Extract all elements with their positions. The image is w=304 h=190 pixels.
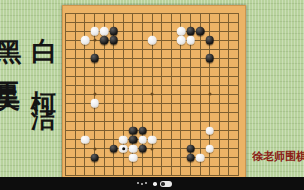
white-stone (90, 99, 99, 108)
intersection (90, 117, 100, 126)
intersection (109, 135, 119, 144)
intersection (90, 18, 100, 27)
intersection (186, 126, 196, 135)
intersection (109, 108, 119, 117)
black-stone (205, 36, 214, 45)
record-dot-icon (153, 182, 157, 186)
intersection (176, 9, 186, 18)
intersection (62, 144, 71, 153)
intersection (62, 45, 71, 54)
intersection (109, 54, 119, 63)
black-stone (186, 144, 195, 153)
intersection (176, 126, 186, 135)
intersection (224, 81, 234, 90)
star-point (151, 93, 154, 96)
intersection (90, 99, 100, 108)
white-stone (148, 135, 157, 144)
intersection (176, 144, 186, 153)
intersection (215, 18, 225, 27)
intersection (128, 90, 138, 99)
intersection (205, 117, 215, 126)
intersection (157, 18, 167, 27)
white-stone (177, 36, 186, 45)
intersection (138, 9, 148, 18)
intersection (99, 108, 109, 117)
intersection (186, 135, 196, 144)
intersection (119, 18, 129, 27)
intersection (195, 45, 205, 54)
intersection (109, 90, 119, 99)
intersection (109, 126, 119, 135)
intersection (99, 99, 109, 108)
intersection (224, 54, 234, 63)
intersection (205, 9, 215, 18)
black-stone (129, 135, 138, 144)
intersection (71, 117, 81, 126)
intersection (157, 126, 167, 135)
intersection (138, 45, 148, 54)
intersection (99, 45, 109, 54)
intersection (109, 81, 119, 90)
intersection (128, 126, 138, 135)
intersection (215, 117, 225, 126)
intersection (62, 72, 71, 81)
intersection (186, 117, 196, 126)
intersection (224, 144, 234, 153)
intersection (128, 18, 138, 27)
intersection (99, 144, 109, 153)
intersection (71, 99, 81, 108)
intersection (195, 72, 205, 81)
intersection (99, 81, 109, 90)
video-control-bar[interactable] (0, 177, 304, 190)
intersection (224, 36, 234, 45)
intersection (234, 54, 244, 63)
intersection (234, 36, 244, 45)
intersection (109, 99, 119, 108)
intersection (195, 99, 205, 108)
intersection (205, 108, 215, 117)
white-stone (81, 36, 90, 45)
intersection (147, 117, 157, 126)
intersection (80, 144, 90, 153)
intersection (109, 117, 119, 126)
intersection (186, 108, 196, 117)
white-stone (100, 27, 109, 36)
intersection (147, 153, 157, 162)
intersection (119, 45, 129, 54)
intersection (138, 135, 148, 144)
black-stone (138, 126, 147, 135)
intersection (215, 162, 225, 171)
intersection (109, 36, 119, 45)
intersection (215, 99, 225, 108)
white-player-name: 柯洁 (31, 71, 56, 97)
intersection (167, 117, 177, 126)
intersection (195, 108, 205, 117)
intersection (215, 72, 225, 81)
intersection (234, 90, 244, 99)
intersection (138, 99, 148, 108)
intersection (80, 153, 90, 162)
intersection (128, 99, 138, 108)
intersection (147, 45, 157, 54)
black-stone (109, 144, 118, 153)
intersection (205, 126, 215, 135)
black-stone (90, 153, 99, 162)
intersection (186, 153, 196, 162)
black-stone (129, 126, 138, 135)
intersection (157, 162, 167, 171)
intersection (167, 9, 177, 18)
intersection (90, 162, 100, 171)
intersection (205, 72, 215, 81)
intersection (205, 90, 215, 99)
intersection (99, 54, 109, 63)
intersection (176, 162, 186, 171)
intersection (90, 153, 100, 162)
intersection (119, 72, 129, 81)
white-stone (177, 27, 186, 36)
intersection (167, 153, 177, 162)
intersection (71, 45, 81, 54)
intersection (90, 81, 100, 90)
intersection (99, 117, 109, 126)
intersection (109, 153, 119, 162)
intersection (157, 45, 167, 54)
intersection (205, 153, 215, 162)
intersection (109, 144, 119, 153)
intersection (205, 99, 215, 108)
intersection (176, 81, 186, 90)
intersection (186, 99, 196, 108)
intersection (71, 81, 81, 90)
intersection (234, 27, 244, 36)
star-point (93, 39, 96, 42)
intersection (147, 72, 157, 81)
white-stone (119, 135, 128, 144)
intersection (80, 126, 90, 135)
intersection (157, 153, 167, 162)
intersection (99, 9, 109, 18)
intersection (90, 144, 100, 153)
intersection (224, 99, 234, 108)
star-point (208, 93, 211, 96)
intersection (90, 63, 100, 72)
intersection (138, 54, 148, 63)
intersection (205, 45, 215, 54)
intersection (147, 135, 157, 144)
intersection (138, 126, 148, 135)
intersection (195, 36, 205, 45)
intersection (147, 126, 157, 135)
intersection (147, 63, 157, 72)
intersection (157, 117, 167, 126)
intersection (109, 63, 119, 72)
intersection (119, 117, 129, 126)
intersection (176, 54, 186, 63)
go-board (62, 5, 246, 178)
intersection (224, 108, 234, 117)
intersection (62, 90, 71, 99)
intersection (128, 81, 138, 90)
intersection (90, 54, 100, 63)
intersection (119, 9, 129, 18)
intersection (147, 90, 157, 99)
intersection (71, 108, 81, 117)
intersection (128, 9, 138, 18)
intersection (195, 81, 205, 90)
intersection (119, 81, 129, 90)
intersection (80, 72, 90, 81)
intersection (99, 18, 109, 27)
intersection (224, 63, 234, 72)
intersection (195, 90, 205, 99)
intersection (205, 27, 215, 36)
small-indicator-icons (137, 182, 147, 186)
white-stone (138, 135, 147, 144)
intersection (215, 144, 225, 153)
intersection (234, 81, 244, 90)
intersection (99, 126, 109, 135)
intersection (99, 162, 109, 171)
intersection (138, 81, 148, 90)
intersection (167, 135, 177, 144)
intersection (147, 162, 157, 171)
intersection (119, 90, 129, 99)
last-move-marker (122, 147, 125, 150)
intersection (195, 63, 205, 72)
intersection (176, 153, 186, 162)
intersection (119, 27, 129, 36)
intersection (205, 54, 215, 63)
intersection (215, 27, 225, 36)
intersection (119, 63, 129, 72)
intersection (109, 162, 119, 171)
black-stone (100, 36, 109, 45)
intersection (80, 27, 90, 36)
intersection (71, 18, 81, 27)
intersection (205, 36, 215, 45)
star-point (93, 147, 96, 150)
intersection (62, 162, 71, 171)
intersection (80, 45, 90, 54)
intersection (71, 90, 81, 99)
intersection (80, 108, 90, 117)
intersection (215, 90, 225, 99)
intersection (157, 63, 167, 72)
intersection (119, 126, 129, 135)
intersection (167, 108, 177, 117)
intersection (195, 126, 205, 135)
intersection (109, 18, 119, 27)
intersection (147, 18, 157, 27)
intersection (167, 45, 177, 54)
intersection (80, 135, 90, 144)
intersection (215, 108, 225, 117)
intersection (62, 81, 71, 90)
intersection (167, 90, 177, 99)
star-point (93, 93, 96, 96)
intersection (157, 81, 167, 90)
intersection (186, 18, 196, 27)
intersection (119, 153, 129, 162)
intersection (62, 126, 71, 135)
video-frame: 黑 王星昊 白 柯洁 徐老师围棋教室 (0, 0, 304, 190)
white-stone (186, 36, 195, 45)
intersection (176, 90, 186, 99)
intersection (62, 117, 71, 126)
intersection (138, 27, 148, 36)
white-stone (205, 126, 214, 135)
intersection (138, 153, 148, 162)
intersection (128, 135, 138, 144)
white-stone (90, 27, 99, 36)
intersection (138, 36, 148, 45)
intersection (80, 99, 90, 108)
intersection (147, 27, 157, 36)
intersection (99, 36, 109, 45)
intersection (234, 45, 244, 54)
intersection (90, 126, 100, 135)
intersection (71, 144, 81, 153)
intersection (147, 108, 157, 117)
intersection (205, 135, 215, 144)
intersection (62, 108, 71, 117)
intersection (138, 108, 148, 117)
intersection (128, 36, 138, 45)
intersection (176, 108, 186, 117)
intersection (234, 135, 244, 144)
intersection (99, 63, 109, 72)
intersection (119, 54, 129, 63)
intersection (128, 63, 138, 72)
white-stone (205, 144, 214, 153)
intersection (195, 135, 205, 144)
intersection (234, 63, 244, 72)
intersection (62, 18, 71, 27)
intersection (147, 9, 157, 18)
intersection (147, 144, 157, 153)
intersection (99, 135, 109, 144)
intersection (71, 72, 81, 81)
intersection (157, 99, 167, 108)
black-stone (186, 153, 195, 162)
intersection (195, 144, 205, 153)
intersection (157, 27, 167, 36)
intersection (167, 18, 177, 27)
intersection (167, 72, 177, 81)
intersection (62, 9, 71, 18)
intersection (62, 135, 71, 144)
intersection (234, 153, 244, 162)
black-stone (90, 54, 99, 63)
intersection (224, 153, 234, 162)
intersection (128, 72, 138, 81)
intersection (90, 90, 100, 99)
intersection (195, 162, 205, 171)
intersection (62, 54, 71, 63)
go-board-grid (62, 9, 243, 179)
intersection (138, 117, 148, 126)
intersection (186, 162, 196, 171)
intersection (234, 9, 244, 18)
intersection (205, 18, 215, 27)
intersection (215, 153, 225, 162)
intersection (157, 36, 167, 45)
intersection (176, 117, 186, 126)
intersection (234, 108, 244, 117)
intersection (128, 144, 138, 153)
intersection (157, 90, 167, 99)
intersection (80, 162, 90, 171)
intersection (80, 117, 90, 126)
intersection (167, 126, 177, 135)
intersection (215, 63, 225, 72)
intersection (71, 63, 81, 72)
intersection (80, 54, 90, 63)
white-stone (196, 153, 205, 162)
intersection (80, 63, 90, 72)
danmaku-toggle[interactable] (160, 181, 172, 187)
intersection (99, 90, 109, 99)
intersection (224, 27, 234, 36)
intersection (71, 9, 81, 18)
intersection (71, 27, 81, 36)
intersection (167, 144, 177, 153)
intersection (224, 72, 234, 81)
intersection (128, 108, 138, 117)
intersection (80, 9, 90, 18)
intersection (234, 126, 244, 135)
intersection (147, 81, 157, 90)
intersection (128, 153, 138, 162)
intersection (176, 63, 186, 72)
intersection (62, 36, 71, 45)
intersection (205, 63, 215, 72)
intersection (205, 81, 215, 90)
intersection (186, 90, 196, 99)
intersection (167, 36, 177, 45)
white-stone (129, 144, 138, 153)
intersection (224, 18, 234, 27)
intersection (167, 27, 177, 36)
intersection (195, 9, 205, 18)
intersection (62, 27, 71, 36)
intersection (138, 90, 148, 99)
intersection (234, 117, 244, 126)
intersection (215, 36, 225, 45)
intersection (167, 81, 177, 90)
intersection (215, 126, 225, 135)
intersection (71, 135, 81, 144)
intersection (215, 45, 225, 54)
intersection (80, 90, 90, 99)
intersection (119, 108, 129, 117)
intersection (176, 72, 186, 81)
intersection (90, 36, 100, 45)
white-stone (129, 153, 138, 162)
intersection (90, 27, 100, 36)
intersection (128, 54, 138, 63)
intersection (119, 162, 129, 171)
intersection (119, 135, 129, 144)
intersection (99, 27, 109, 36)
star-point (151, 147, 154, 150)
intersection (176, 18, 186, 27)
intersection (157, 135, 167, 144)
intersection (157, 54, 167, 63)
